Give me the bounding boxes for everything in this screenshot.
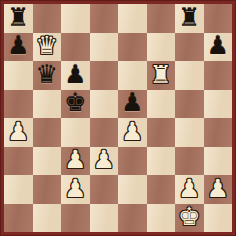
- square-d4[interactable]: [90, 118, 119, 147]
- square-d6[interactable]: [90, 61, 119, 90]
- square-e3[interactable]: [118, 147, 147, 176]
- black-queen[interactable]: ♛: [36, 62, 58, 87]
- white-pawn[interactable]: ♟: [64, 147, 86, 172]
- square-d7[interactable]: [90, 33, 119, 62]
- white-king[interactable]: ♚: [178, 204, 200, 229]
- square-f6[interactable]: ♜: [147, 61, 176, 90]
- black-pawn[interactable]: ♟: [7, 33, 29, 58]
- square-f3[interactable]: [147, 147, 176, 176]
- white-pawn[interactable]: ♟: [64, 176, 86, 201]
- square-h7[interactable]: ♟: [204, 33, 233, 62]
- square-h3[interactable]: [204, 147, 233, 176]
- square-f2[interactable]: [147, 175, 176, 204]
- white-pawn[interactable]: ♟: [178, 176, 200, 201]
- square-c1[interactable]: [61, 204, 90, 233]
- black-pawn[interactable]: ♟: [121, 90, 143, 115]
- square-d5[interactable]: [90, 90, 119, 119]
- square-a5[interactable]: [4, 90, 33, 119]
- square-b1[interactable]: [33, 204, 62, 233]
- square-e8[interactable]: [118, 4, 147, 33]
- chess-board: ♜♜♟♛♟♛♟♜♚♟♟♟♟♟♟♟♟♚: [4, 4, 232, 232]
- square-a8[interactable]: ♜: [4, 4, 33, 33]
- square-h2[interactable]: ♟: [204, 175, 233, 204]
- square-f8[interactable]: [147, 4, 176, 33]
- square-b8[interactable]: [33, 4, 62, 33]
- square-b3[interactable]: [33, 147, 62, 176]
- square-f7[interactable]: [147, 33, 176, 62]
- square-g4[interactable]: [175, 118, 204, 147]
- square-a4[interactable]: ♟: [4, 118, 33, 147]
- square-g3[interactable]: [175, 147, 204, 176]
- black-pawn[interactable]: ♟: [207, 33, 229, 58]
- black-king[interactable]: ♚: [64, 90, 86, 115]
- square-a3[interactable]: [4, 147, 33, 176]
- square-c7[interactable]: [61, 33, 90, 62]
- square-c5[interactable]: ♚: [61, 90, 90, 119]
- square-d2[interactable]: [90, 175, 119, 204]
- square-h1[interactable]: [204, 204, 233, 233]
- square-e5[interactable]: ♟: [118, 90, 147, 119]
- square-b7[interactable]: ♛: [33, 33, 62, 62]
- square-d8[interactable]: [90, 4, 119, 33]
- chess-diagram: ♜♜♟♛♟♛♟♜♚♟♟♟♟♟♟♟♟♚: [0, 0, 236, 236]
- square-c8[interactable]: [61, 4, 90, 33]
- square-f5[interactable]: [147, 90, 176, 119]
- square-h8[interactable]: [204, 4, 233, 33]
- square-h6[interactable]: [204, 61, 233, 90]
- square-e7[interactable]: [118, 33, 147, 62]
- square-e6[interactable]: [118, 61, 147, 90]
- white-pawn[interactable]: ♟: [207, 176, 229, 201]
- square-f4[interactable]: [147, 118, 176, 147]
- square-b5[interactable]: [33, 90, 62, 119]
- square-h4[interactable]: [204, 118, 233, 147]
- black-rook[interactable]: ♜: [7, 5, 29, 30]
- black-pawn[interactable]: ♟: [64, 62, 86, 87]
- white-pawn[interactable]: ♟: [93, 147, 115, 172]
- square-e4[interactable]: ♟: [118, 118, 147, 147]
- square-g5[interactable]: [175, 90, 204, 119]
- square-g2[interactable]: ♟: [175, 175, 204, 204]
- square-e1[interactable]: [118, 204, 147, 233]
- square-d3[interactable]: ♟: [90, 147, 119, 176]
- square-c4[interactable]: [61, 118, 90, 147]
- square-b6[interactable]: ♛: [33, 61, 62, 90]
- square-a6[interactable]: [4, 61, 33, 90]
- white-pawn[interactable]: ♟: [7, 119, 29, 144]
- square-g8[interactable]: ♜: [175, 4, 204, 33]
- square-c6[interactable]: ♟: [61, 61, 90, 90]
- square-c3[interactable]: ♟: [61, 147, 90, 176]
- square-h5[interactable]: [204, 90, 233, 119]
- white-queen[interactable]: ♛: [36, 33, 58, 58]
- square-f1[interactable]: [147, 204, 176, 233]
- black-rook[interactable]: ♜: [178, 5, 200, 30]
- white-rook[interactable]: ♜: [150, 62, 172, 87]
- square-g6[interactable]: [175, 61, 204, 90]
- square-a7[interactable]: ♟: [4, 33, 33, 62]
- square-b4[interactable]: [33, 118, 62, 147]
- square-b2[interactable]: [33, 175, 62, 204]
- white-pawn[interactable]: ♟: [121, 119, 143, 144]
- square-e2[interactable]: [118, 175, 147, 204]
- square-g1[interactable]: ♚: [175, 204, 204, 233]
- square-d1[interactable]: [90, 204, 119, 233]
- square-c2[interactable]: ♟: [61, 175, 90, 204]
- chess-board-frame: ♜♜♟♛♟♛♟♜♚♟♟♟♟♟♟♟♟♚: [0, 0, 236, 236]
- square-a2[interactable]: [4, 175, 33, 204]
- square-a1[interactable]: [4, 204, 33, 233]
- square-g7[interactable]: [175, 33, 204, 62]
